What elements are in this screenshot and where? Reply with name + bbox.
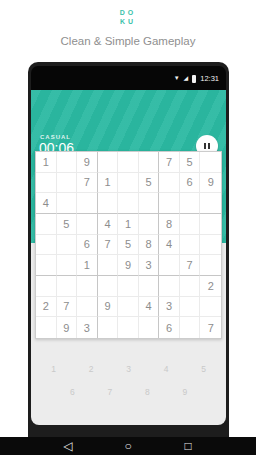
- sudoku-cell-r4c6[interactable]: [139, 214, 160, 235]
- keypad-number-8[interactable]: 8: [129, 380, 167, 403]
- sudoku-cell-r2c9[interactable]: 9: [200, 173, 221, 194]
- doku-logo-line1: DO: [0, 8, 256, 17]
- sudoku-cell-r6c7[interactable]: [159, 255, 180, 276]
- number-keypad: 12345 6789: [31, 357, 226, 403]
- sudoku-cell-r7c3[interactable]: [77, 276, 98, 297]
- sudoku-cell-r3c3[interactable]: [77, 193, 98, 214]
- sudoku-cell-r6c4[interactable]: [98, 255, 119, 276]
- keypad-number-2[interactable]: 2: [72, 357, 110, 380]
- sudoku-cell-r2c4[interactable]: 1: [98, 173, 119, 194]
- sudoku-cell-r1c2[interactable]: [57, 152, 78, 173]
- phone-screen: ▼ ◢ 12:31 CASUAL 00:06 19757156945418675…: [31, 66, 226, 425]
- sudoku-cell-r3c5[interactable]: [118, 193, 139, 214]
- keypad-number-6[interactable]: 6: [54, 380, 92, 403]
- sudoku-cell-r3c6[interactable]: [139, 193, 160, 214]
- sudoku-cell-r2c8[interactable]: 6: [180, 173, 201, 194]
- sudoku-cell-r2c6[interactable]: 5: [139, 173, 160, 194]
- sudoku-cell-r5c9[interactable]: [200, 235, 221, 256]
- wifi-icon: ▼: [174, 75, 180, 81]
- sudoku-cell-r5c4[interactable]: 7: [98, 235, 119, 256]
- doku-logo: DO KU: [0, 8, 256, 26]
- doku-logo-line2: KU: [0, 17, 256, 26]
- sudoku-cell-r1c7[interactable]: 7: [159, 152, 180, 173]
- sudoku-cell-r6c9[interactable]: [200, 255, 221, 276]
- sudoku-cell-r9c4[interactable]: [98, 317, 119, 338]
- sudoku-cell-r9c8[interactable]: [180, 317, 201, 338]
- screenshot: DO KU Clean & Simple Gameplay ▼ ◢ 12:31 …: [0, 0, 256, 455]
- sudoku-cell-r9c6[interactable]: [139, 317, 160, 338]
- sudoku-cell-r6c8[interactable]: 7: [180, 255, 201, 276]
- status-time: 12:31: [200, 74, 219, 83]
- sudoku-cell-r9c7[interactable]: 6: [159, 317, 180, 338]
- tagline: Clean & Simple Gameplay: [0, 35, 256, 47]
- sudoku-cell-r7c4[interactable]: [98, 276, 119, 297]
- sudoku-cell-r6c2[interactable]: [57, 255, 78, 276]
- keypad-number-3[interactable]: 3: [110, 357, 148, 380]
- sudoku-cell-r4c4[interactable]: 4: [98, 214, 119, 235]
- sudoku-cell-r6c1[interactable]: [36, 255, 57, 276]
- sudoku-cell-r7c2[interactable]: [57, 276, 78, 297]
- sudoku-cell-r1c1[interactable]: 1: [36, 152, 57, 173]
- sudoku-cell-r2c7[interactable]: [159, 173, 180, 194]
- sudoku-cell-r3c2[interactable]: [57, 193, 78, 214]
- sudoku-cell-r7c1[interactable]: [36, 276, 57, 297]
- sudoku-cell-r3c7[interactable]: [159, 193, 180, 214]
- sudoku-cell-r4c3[interactable]: [77, 214, 98, 235]
- sudoku-cell-r8c3[interactable]: [77, 297, 98, 318]
- sudoku-cell-r8c8[interactable]: [180, 297, 201, 318]
- sudoku-cell-r1c6[interactable]: [139, 152, 160, 173]
- sudoku-cell-r8c4[interactable]: 9: [98, 297, 119, 318]
- sudoku-cell-r5c3[interactable]: 6: [77, 235, 98, 256]
- sudoku-cell-r9c3[interactable]: 3: [77, 317, 98, 338]
- home-button[interactable]: ○: [121, 439, 135, 453]
- sudoku-cell-r5c7[interactable]: 4: [159, 235, 180, 256]
- keypad-number-5[interactable]: 5: [185, 357, 223, 380]
- keypad-row-2: 6789: [31, 380, 226, 403]
- sudoku-cell-r7c8[interactable]: [180, 276, 201, 297]
- sudoku-cell-r5c1[interactable]: [36, 235, 57, 256]
- sudoku-cell-r3c4[interactable]: [98, 193, 119, 214]
- recents-button[interactable]: □: [181, 439, 195, 453]
- sudoku-cell-r7c9[interactable]: 2: [200, 276, 221, 297]
- keypad-number-7[interactable]: 7: [91, 380, 129, 403]
- sudoku-cell-r4c5[interactable]: 1: [118, 214, 139, 235]
- sudoku-cell-r2c3[interactable]: 7: [77, 173, 98, 194]
- sudoku-cell-r4c7[interactable]: 8: [159, 214, 180, 235]
- sudoku-cell-r7c5[interactable]: [118, 276, 139, 297]
- sudoku-cell-r7c6[interactable]: [139, 276, 160, 297]
- sudoku-cell-r5c5[interactable]: 5: [118, 235, 139, 256]
- sudoku-cell-r2c2[interactable]: [57, 173, 78, 194]
- sudoku-cell-r5c2[interactable]: [57, 235, 78, 256]
- sudoku-cell-r6c3[interactable]: 1: [77, 255, 98, 276]
- sudoku-cell-r8c5[interactable]: [118, 297, 139, 318]
- sudoku-cell-r8c2[interactable]: 7: [57, 297, 78, 318]
- back-button[interactable]: ◁: [61, 439, 75, 453]
- sudoku-cell-r1c9[interactable]: [200, 152, 221, 173]
- sudoku-cell-r3c1[interactable]: 4: [36, 193, 57, 214]
- sudoku-cell-r6c6[interactable]: 3: [139, 255, 160, 276]
- sudoku-cell-r8c6[interactable]: 4: [139, 297, 160, 318]
- sudoku-cell-r1c8[interactable]: 5: [180, 152, 201, 173]
- sudoku-cell-r8c1[interactable]: 2: [36, 297, 57, 318]
- sudoku-cell-r2c1[interactable]: [36, 173, 57, 194]
- sudoku-cell-r5c8[interactable]: [180, 235, 201, 256]
- signal-icon: ◢: [184, 75, 189, 81]
- pause-icon: [204, 143, 210, 149]
- sudoku-cell-r8c9[interactable]: [200, 297, 221, 318]
- sudoku-cell-r9c9[interactable]: 7: [200, 317, 221, 338]
- status-bar: ▼ ◢ 12:31: [31, 66, 226, 90]
- sudoku-cell-r3c9[interactable]: [200, 193, 221, 214]
- sudoku-cell-r1c5[interactable]: [118, 152, 139, 173]
- sudoku-cell-r1c4[interactable]: [98, 152, 119, 173]
- phone-mockup: ▼ ◢ 12:31 CASUAL 00:06 19757156945418675…: [28, 62, 229, 455]
- sudoku-cell-r2c5[interactable]: [118, 173, 139, 194]
- android-nav-bar: ◁ ○ □: [0, 437, 256, 455]
- sudoku-cell-r8c7[interactable]: 3: [159, 297, 180, 318]
- sudoku-cell-r4c2[interactable]: 5: [57, 214, 78, 235]
- sudoku-cell-r3c8[interactable]: [180, 193, 201, 214]
- sudoku-cell-r4c1[interactable]: [36, 214, 57, 235]
- sudoku-cell-r1c3[interactable]: 9: [77, 152, 98, 173]
- sudoku-cell-r7c7[interactable]: [159, 276, 180, 297]
- keypad-row-1: 12345: [31, 357, 226, 380]
- sudoku-grid: 197571569454186758419372279439367: [35, 151, 222, 339]
- sudoku-cell-r5c6[interactable]: 8: [139, 235, 160, 256]
- keypad-number-4[interactable]: 4: [147, 357, 185, 380]
- sudoku-cell-r6c5[interactable]: 9: [118, 255, 139, 276]
- sudoku-cell-r4c8[interactable]: [180, 214, 201, 235]
- sudoku-cell-r9c2[interactable]: 9: [57, 317, 78, 338]
- battery-icon: [192, 75, 196, 83]
- keypad-number-9[interactable]: 9: [166, 380, 204, 403]
- keypad-number-1[interactable]: 1: [35, 357, 73, 380]
- sudoku-cell-r9c5[interactable]: [118, 317, 139, 338]
- sudoku-cell-r9c1[interactable]: [36, 317, 57, 338]
- sudoku-cell-r4c9[interactable]: [200, 214, 221, 235]
